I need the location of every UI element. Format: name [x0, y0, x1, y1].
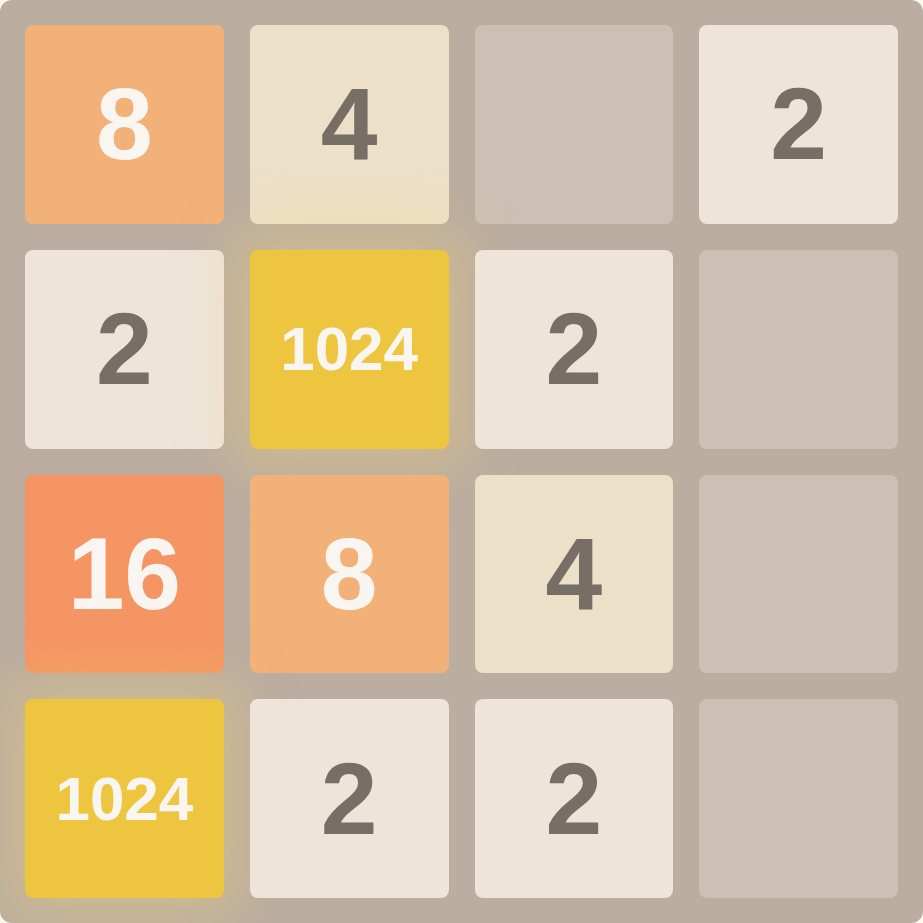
- tile-16: 16: [25, 475, 224, 674]
- tile-4: 4: [250, 25, 449, 224]
- tile-2: 2: [475, 250, 674, 449]
- empty-cell: [699, 250, 898, 449]
- tile-2: 2: [475, 699, 674, 898]
- empty-cell: [699, 699, 898, 898]
- tile-1024: 1024: [25, 699, 224, 898]
- empty-cell: [699, 475, 898, 674]
- game-board-2048[interactable]: 8422102421684102422: [0, 0, 923, 923]
- tile-2: 2: [25, 250, 224, 449]
- tile-2: 2: [699, 25, 898, 224]
- tile-2: 2: [250, 699, 449, 898]
- tile-8: 8: [25, 25, 224, 224]
- tile-8: 8: [250, 475, 449, 674]
- tile-4: 4: [475, 475, 674, 674]
- empty-cell: [475, 25, 674, 224]
- tile-1024: 1024: [250, 250, 449, 449]
